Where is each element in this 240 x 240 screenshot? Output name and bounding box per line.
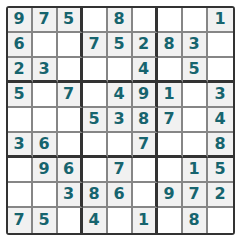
cell-r2c4-given: 7: [83, 33, 108, 58]
cell-r9c7-empty[interactable]: [158, 208, 183, 233]
cell-r1c8-empty[interactable]: [183, 8, 208, 33]
cell-r2c1-given: 6: [8, 33, 33, 58]
cell-r6c5-empty[interactable]: [108, 133, 133, 158]
cell-r2c8-given: 3: [183, 33, 208, 58]
cell-r3c4-empty[interactable]: [83, 58, 108, 83]
cell-r5c9-given: 4: [208, 108, 233, 133]
cell-r1c1-given: 9: [8, 8, 33, 33]
cell-r4c3-given: 7: [58, 83, 83, 108]
cell-r4c9-given: 3: [208, 83, 233, 108]
cell-r9c6-given: 1: [133, 208, 158, 233]
cell-r6c9-given: 8: [208, 133, 233, 158]
cell-r8c9-given: 2: [208, 183, 233, 208]
cell-r4c2-empty[interactable]: [33, 83, 58, 108]
cell-r1c5-given: 8: [108, 8, 133, 33]
cell-r8c5-given: 6: [108, 183, 133, 208]
cell-r8c4-given: 8: [83, 183, 108, 208]
cell-r5c3-empty[interactable]: [58, 108, 83, 133]
cell-r1c3-given: 5: [58, 8, 83, 33]
cell-r1c4-empty[interactable]: [83, 8, 108, 33]
cell-r9c1-given: 7: [8, 208, 33, 233]
cell-r3c3-empty[interactable]: [58, 58, 83, 83]
cell-r2c7-given: 8: [158, 33, 183, 58]
cell-r5c4-given: 5: [83, 108, 108, 133]
cell-r5c1-empty[interactable]: [8, 108, 33, 133]
cell-r9c8-given: 8: [183, 208, 208, 233]
cell-r6c3-empty[interactable]: [58, 133, 83, 158]
cell-r9c4-given: 4: [83, 208, 108, 233]
cell-r6c4-empty[interactable]: [83, 133, 108, 158]
cell-r4c7-given: 1: [158, 83, 183, 108]
cell-r3c5-empty[interactable]: [108, 58, 133, 83]
cell-r7c2-given: 9: [33, 158, 58, 183]
cell-r6c6-given: 7: [133, 133, 158, 158]
cell-r6c7-empty[interactable]: [158, 133, 183, 158]
cell-r5c7-given: 7: [158, 108, 183, 133]
cell-r3c9-empty[interactable]: [208, 58, 233, 83]
sudoku-board: 9758167528323455749135387436789671538697…: [6, 6, 235, 235]
cell-r1c9-given: 1: [208, 8, 233, 33]
cell-r9c3-empty[interactable]: [58, 208, 83, 233]
cell-r2c2-empty[interactable]: [33, 33, 58, 58]
cell-r8c7-given: 9: [158, 183, 183, 208]
cell-r3c7-empty[interactable]: [158, 58, 183, 83]
cell-r7c5-given: 7: [108, 158, 133, 183]
cell-r5c5-given: 3: [108, 108, 133, 133]
cell-r3c6-given: 4: [133, 58, 158, 83]
cell-r9c9-empty[interactable]: [208, 208, 233, 233]
cell-r6c2-given: 6: [33, 133, 58, 158]
cell-r8c2-empty[interactable]: [33, 183, 58, 208]
cell-r7c1-empty[interactable]: [8, 158, 33, 183]
cell-r3c2-given: 3: [33, 58, 58, 83]
cell-r4c6-given: 9: [133, 83, 158, 108]
cell-r1c6-empty[interactable]: [133, 8, 158, 33]
cell-r2c6-given: 2: [133, 33, 158, 58]
cell-r3c8-given: 5: [183, 58, 208, 83]
cell-r3c1-given: 2: [8, 58, 33, 83]
cell-r8c8-given: 7: [183, 183, 208, 208]
cell-r2c5-given: 5: [108, 33, 133, 58]
cell-r9c5-empty[interactable]: [108, 208, 133, 233]
cell-r7c4-empty[interactable]: [83, 158, 108, 183]
cell-r6c1-given: 3: [8, 133, 33, 158]
cell-r4c5-given: 4: [108, 83, 133, 108]
cell-r7c7-empty[interactable]: [158, 158, 183, 183]
cell-r7c6-empty[interactable]: [133, 158, 158, 183]
cell-r9c2-given: 5: [33, 208, 58, 233]
cell-r7c8-given: 1: [183, 158, 208, 183]
cell-r7c3-given: 6: [58, 158, 83, 183]
cell-r4c4-empty[interactable]: [83, 83, 108, 108]
cell-r5c6-given: 8: [133, 108, 158, 133]
cell-r1c2-given: 7: [33, 8, 58, 33]
cell-r8c1-empty[interactable]: [8, 183, 33, 208]
cell-r6c8-empty[interactable]: [183, 133, 208, 158]
cell-r5c8-empty[interactable]: [183, 108, 208, 133]
cell-r5c2-empty[interactable]: [33, 108, 58, 133]
cell-r1c7-empty[interactable]: [158, 8, 183, 33]
cell-r4c1-given: 5: [8, 83, 33, 108]
cell-r8c6-empty[interactable]: [133, 183, 158, 208]
cell-r2c3-empty[interactable]: [58, 33, 83, 58]
cell-r2c9-empty[interactable]: [208, 33, 233, 58]
cell-r4c8-empty[interactable]: [183, 83, 208, 108]
cell-r8c3-given: 3: [58, 183, 83, 208]
cell-r7c9-given: 5: [208, 158, 233, 183]
